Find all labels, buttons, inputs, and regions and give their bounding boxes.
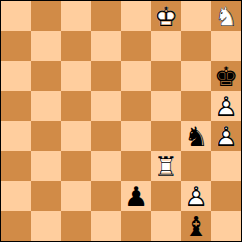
square-g7[interactable] bbox=[181, 31, 211, 61]
white-pawn-piece: ♟♙ bbox=[211, 91, 241, 121]
white-king-piece: ♚♔ bbox=[151, 1, 181, 31]
black-knight-piece: ♞ bbox=[181, 121, 211, 151]
white-pawn-piece: ♟♙ bbox=[181, 181, 211, 211]
square-d7[interactable] bbox=[91, 31, 121, 61]
square-f4[interactable] bbox=[151, 121, 181, 151]
square-a3[interactable] bbox=[1, 151, 31, 181]
square-c2[interactable] bbox=[61, 181, 91, 211]
square-b4[interactable] bbox=[31, 121, 61, 151]
square-e3[interactable] bbox=[121, 151, 151, 181]
square-d1[interactable] bbox=[91, 211, 121, 241]
square-g5[interactable] bbox=[181, 91, 211, 121]
square-d5[interactable] bbox=[91, 91, 121, 121]
square-e8[interactable] bbox=[121, 1, 151, 31]
square-b8[interactable] bbox=[31, 1, 61, 31]
square-g4[interactable]: ♞ bbox=[181, 121, 211, 151]
white-pawn-fill: ♟ bbox=[211, 91, 241, 121]
square-g8[interactable] bbox=[181, 1, 211, 31]
square-d3[interactable] bbox=[91, 151, 121, 181]
square-a2[interactable] bbox=[1, 181, 31, 211]
square-a8[interactable] bbox=[1, 1, 31, 31]
black-pawn-glyph: ♟ bbox=[121, 181, 151, 211]
white-pawn-fill: ♟ bbox=[181, 181, 211, 211]
square-f6[interactable] bbox=[151, 61, 181, 91]
chess-board-wrapper: ♚♔♞♘♚♟♙♞♟♙♜♖♟♟♙♝ bbox=[0, 0, 242, 242]
white-pawn-outline: ♙ bbox=[211, 91, 241, 121]
white-king-fill: ♚ bbox=[151, 1, 181, 31]
square-c8[interactable] bbox=[61, 1, 91, 31]
square-f5[interactable] bbox=[151, 91, 181, 121]
square-e2[interactable]: ♟ bbox=[121, 181, 151, 211]
square-e6[interactable] bbox=[121, 61, 151, 91]
square-b3[interactable] bbox=[31, 151, 61, 181]
square-c7[interactable] bbox=[61, 31, 91, 61]
square-f8[interactable]: ♚♔ bbox=[151, 1, 181, 31]
square-d2[interactable] bbox=[91, 181, 121, 211]
white-pawn-piece: ♟♙ bbox=[211, 121, 241, 151]
square-b5[interactable] bbox=[31, 91, 61, 121]
square-c3[interactable] bbox=[61, 151, 91, 181]
square-e1[interactable] bbox=[121, 211, 151, 241]
square-g6[interactable] bbox=[181, 61, 211, 91]
white-pawn-fill: ♟ bbox=[211, 121, 241, 151]
white-pawn-outline: ♙ bbox=[211, 121, 241, 151]
chess-board: ♚♔♞♘♚♟♙♞♟♙♜♖♟♟♙♝ bbox=[0, 0, 242, 242]
square-h2[interactable] bbox=[211, 181, 241, 211]
square-f3[interactable]: ♜♖ bbox=[151, 151, 181, 181]
square-b6[interactable] bbox=[31, 61, 61, 91]
white-rook-fill: ♜ bbox=[151, 151, 181, 181]
black-pawn-piece: ♟ bbox=[121, 181, 151, 211]
square-h7[interactable] bbox=[211, 31, 241, 61]
square-h5[interactable]: ♟♙ bbox=[211, 91, 241, 121]
white-pawn-outline: ♙ bbox=[181, 181, 211, 211]
white-knight-fill: ♞ bbox=[211, 1, 241, 31]
white-rook-piece: ♜♖ bbox=[151, 151, 181, 181]
black-king-glyph: ♚ bbox=[211, 61, 241, 91]
square-g3[interactable] bbox=[181, 151, 211, 181]
square-h6[interactable]: ♚ bbox=[211, 61, 241, 91]
square-h3[interactable] bbox=[211, 151, 241, 181]
square-a1[interactable] bbox=[1, 211, 31, 241]
white-rook-outline: ♖ bbox=[151, 151, 181, 181]
square-h4[interactable]: ♟♙ bbox=[211, 121, 241, 151]
square-h8[interactable]: ♞♘ bbox=[211, 1, 241, 31]
black-knight-glyph: ♞ bbox=[181, 121, 211, 151]
square-e4[interactable] bbox=[121, 121, 151, 151]
square-d8[interactable] bbox=[91, 1, 121, 31]
square-h1[interactable] bbox=[211, 211, 241, 241]
square-f7[interactable] bbox=[151, 31, 181, 61]
square-a6[interactable] bbox=[1, 61, 31, 91]
square-d6[interactable] bbox=[91, 61, 121, 91]
square-c4[interactable] bbox=[61, 121, 91, 151]
white-king-outline: ♔ bbox=[151, 1, 181, 31]
square-b2[interactable] bbox=[31, 181, 61, 211]
square-b7[interactable] bbox=[31, 31, 61, 61]
white-knight-piece: ♞♘ bbox=[211, 1, 241, 31]
black-bishop-glyph: ♝ bbox=[181, 211, 211, 241]
black-king-piece: ♚ bbox=[211, 61, 241, 91]
square-g1[interactable]: ♝ bbox=[181, 211, 211, 241]
square-c1[interactable] bbox=[61, 211, 91, 241]
square-f1[interactable] bbox=[151, 211, 181, 241]
square-e5[interactable] bbox=[121, 91, 151, 121]
square-d4[interactable] bbox=[91, 121, 121, 151]
square-e7[interactable] bbox=[121, 31, 151, 61]
square-f2[interactable] bbox=[151, 181, 181, 211]
square-a5[interactable] bbox=[1, 91, 31, 121]
square-a7[interactable] bbox=[1, 31, 31, 61]
square-b1[interactable] bbox=[31, 211, 61, 241]
square-c5[interactable] bbox=[61, 91, 91, 121]
square-g2[interactable]: ♟♙ bbox=[181, 181, 211, 211]
square-c6[interactable] bbox=[61, 61, 91, 91]
black-bishop-piece: ♝ bbox=[181, 211, 211, 241]
square-a4[interactable] bbox=[1, 121, 31, 151]
white-knight-outline: ♘ bbox=[211, 1, 241, 31]
